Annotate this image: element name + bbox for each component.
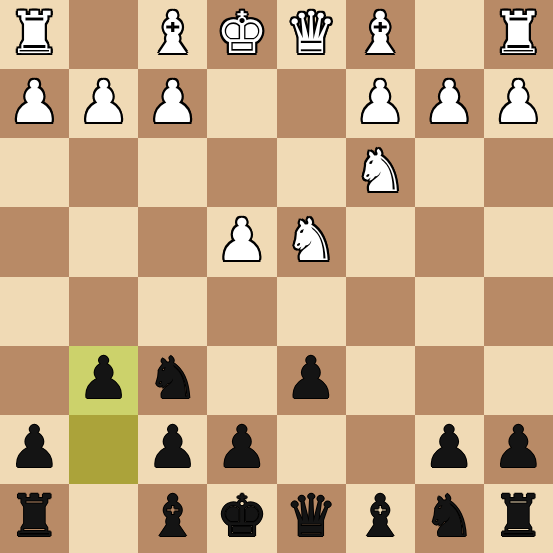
square-g2[interactable]: ♟ [69,69,138,138]
square-e4[interactable]: ♟ [207,207,276,276]
black-pawn: ♟ [216,418,268,476]
square-a4[interactable] [484,207,553,276]
black-pawn: ♟ [423,418,475,476]
white-queen: ♛ [285,4,337,62]
black-pawn: ♟ [9,418,61,476]
square-d6[interactable]: ♟ [277,346,346,415]
white-bishop: ♝ [147,4,199,62]
square-g8[interactable] [69,484,138,553]
square-a8[interactable]: ♜ [484,484,553,553]
square-h7[interactable]: ♟ [0,415,69,484]
square-h5[interactable] [0,277,69,346]
black-knight: ♞ [423,487,475,545]
square-a2[interactable]: ♟ [484,69,553,138]
square-f7[interactable]: ♟ [138,415,207,484]
square-f6[interactable]: ♞ [138,346,207,415]
square-c3[interactable]: ♞ [346,138,415,207]
square-e3[interactable] [207,138,276,207]
black-king: ♚ [216,487,268,545]
square-h1[interactable]: ♜ [0,0,69,69]
square-f3[interactable] [138,138,207,207]
square-f1[interactable]: ♝ [138,0,207,69]
black-rook: ♜ [492,487,544,545]
square-g3[interactable] [69,138,138,207]
square-a7[interactable]: ♟ [484,415,553,484]
square-d8[interactable]: ♛ [277,484,346,553]
square-g7[interactable] [69,415,138,484]
square-h4[interactable] [0,207,69,276]
square-g6[interactable]: ♟ [69,346,138,415]
black-bishop: ♝ [354,487,406,545]
white-pawn: ♟ [216,211,268,269]
square-a1[interactable]: ♜ [484,0,553,69]
square-c2[interactable]: ♟ [346,69,415,138]
white-bishop: ♝ [354,4,406,62]
white-pawn: ♟ [78,73,130,131]
square-g4[interactable] [69,207,138,276]
square-c1[interactable]: ♝ [346,0,415,69]
square-e2[interactable] [207,69,276,138]
square-b8[interactable]: ♞ [415,484,484,553]
white-rook: ♜ [492,4,544,62]
square-f2[interactable]: ♟ [138,69,207,138]
square-c7[interactable] [346,415,415,484]
square-d2[interactable] [277,69,346,138]
square-a3[interactable] [484,138,553,207]
black-knight: ♞ [147,349,199,407]
white-pawn: ♟ [492,73,544,131]
square-d5[interactable] [277,277,346,346]
square-e5[interactable] [207,277,276,346]
square-c8[interactable]: ♝ [346,484,415,553]
square-h6[interactable] [0,346,69,415]
black-bishop: ♝ [147,487,199,545]
square-c4[interactable] [346,207,415,276]
square-c6[interactable] [346,346,415,415]
square-h3[interactable] [0,138,69,207]
white-king: ♚ [216,4,268,62]
square-c5[interactable] [346,277,415,346]
square-d3[interactable] [277,138,346,207]
white-knight: ♞ [354,142,406,200]
square-b7[interactable]: ♟ [415,415,484,484]
white-pawn: ♟ [147,73,199,131]
square-g1[interactable] [69,0,138,69]
square-e8[interactable]: ♚ [207,484,276,553]
square-d1[interactable]: ♛ [277,0,346,69]
black-pawn: ♟ [147,418,199,476]
square-b1[interactable] [415,0,484,69]
square-b5[interactable] [415,277,484,346]
square-g5[interactable] [69,277,138,346]
white-knight: ♞ [285,211,337,269]
square-b6[interactable] [415,346,484,415]
square-a6[interactable] [484,346,553,415]
chess-board: ♜♝♚♛♝♜♟♟♟♟♟♟♞♟♞♟♞♟♟♟♟♟♟♜♝♚♛♝♞♜ [0,0,553,553]
black-queen: ♛ [285,487,337,545]
square-d4[interactable]: ♞ [277,207,346,276]
black-pawn: ♟ [78,349,130,407]
square-e6[interactable] [207,346,276,415]
white-pawn: ♟ [423,73,475,131]
square-e1[interactable]: ♚ [207,0,276,69]
square-h2[interactable]: ♟ [0,69,69,138]
square-d7[interactable] [277,415,346,484]
white-pawn: ♟ [9,73,61,131]
square-a5[interactable] [484,277,553,346]
square-f8[interactable]: ♝ [138,484,207,553]
black-rook: ♜ [9,487,61,545]
square-b4[interactable] [415,207,484,276]
square-f4[interactable] [138,207,207,276]
black-pawn: ♟ [492,418,544,476]
square-e7[interactable]: ♟ [207,415,276,484]
white-rook: ♜ [9,4,61,62]
square-b2[interactable]: ♟ [415,69,484,138]
white-pawn: ♟ [354,73,406,131]
square-b3[interactable] [415,138,484,207]
square-h8[interactable]: ♜ [0,484,69,553]
black-pawn: ♟ [285,349,337,407]
square-f5[interactable] [138,277,207,346]
